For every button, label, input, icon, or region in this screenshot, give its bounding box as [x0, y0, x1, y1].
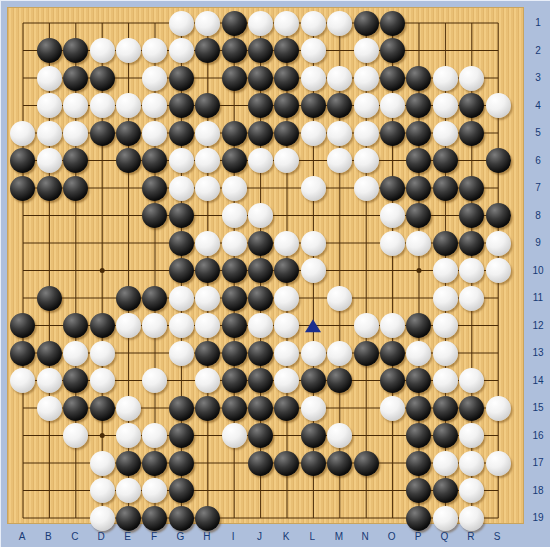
stone-black[interactable]	[116, 148, 141, 173]
row-label: 15	[532, 402, 543, 413]
stone-white[interactable]	[90, 478, 115, 503]
column-label: R	[467, 528, 474, 546]
stone-black[interactable]	[63, 396, 88, 421]
stone-white[interactable]	[142, 66, 167, 91]
stone-black[interactable]	[222, 148, 247, 173]
stone-black[interactable]	[433, 478, 458, 503]
stone-black[interactable]	[222, 38, 247, 63]
stone-black[interactable]	[380, 11, 405, 36]
stone-black[interactable]	[406, 121, 431, 146]
column-label: B	[45, 528, 52, 546]
stone-black[interactable]	[433, 231, 458, 256]
stone-white[interactable]	[63, 121, 88, 146]
stone-black[interactable]	[63, 66, 88, 91]
stone-black[interactable]	[10, 148, 35, 173]
stone-black[interactable]	[486, 203, 511, 228]
stone-black[interactable]	[169, 258, 194, 283]
stone-black[interactable]	[486, 148, 511, 173]
stone-black[interactable]	[433, 148, 458, 173]
stone-black[interactable]	[248, 66, 273, 91]
stone-white[interactable]	[169, 11, 194, 36]
stone-white[interactable]	[169, 286, 194, 311]
column-label: C	[71, 528, 78, 546]
stone-black[interactable]	[142, 451, 167, 476]
stone-black[interactable]	[406, 313, 431, 338]
stone-white[interactable]	[90, 451, 115, 476]
stone-black[interactable]	[63, 38, 88, 63]
stone-white[interactable]	[301, 231, 326, 256]
stone-white[interactable]	[459, 478, 484, 503]
stone-white[interactable]	[37, 368, 62, 393]
row-label: 17	[532, 457, 543, 468]
stone-white[interactable]	[169, 38, 194, 63]
stone-white[interactable]	[37, 148, 62, 173]
stone-black[interactable]	[248, 231, 273, 256]
stone-black[interactable]	[459, 121, 484, 146]
stone-black[interactable]	[169, 231, 194, 256]
stone-black[interactable]	[63, 368, 88, 393]
stone-black[interactable]	[380, 368, 405, 393]
stone-white[interactable]	[222, 231, 247, 256]
stone-black[interactable]	[116, 121, 141, 146]
stone-black[interactable]	[248, 368, 273, 393]
stone-black[interactable]	[169, 396, 194, 421]
stone-black[interactable]	[116, 286, 141, 311]
stone-white[interactable]	[301, 396, 326, 421]
stone-black[interactable]	[169, 93, 194, 118]
row-label: 14	[532, 374, 543, 385]
stone-white[interactable]	[459, 506, 484, 531]
stone-white[interactable]	[301, 11, 326, 36]
stone-white[interactable]	[301, 66, 326, 91]
stone-white[interactable]	[142, 368, 167, 393]
stone-white[interactable]	[248, 148, 273, 173]
stone-white[interactable]	[63, 341, 88, 366]
stone-white[interactable]	[195, 368, 220, 393]
stone-black[interactable]	[169, 203, 194, 228]
stone-black[interactable]	[380, 176, 405, 201]
stone-black[interactable]	[406, 478, 431, 503]
column-label: G	[177, 528, 185, 546]
column-label: Q	[441, 528, 449, 546]
row-label: 5	[535, 127, 541, 138]
stone-white[interactable]	[459, 368, 484, 393]
stone-white[interactable]	[248, 203, 273, 228]
column-labels: ABCDEFGHIJKLMNOPQRS	[7, 528, 524, 546]
stone-white[interactable]	[301, 341, 326, 366]
stone-white[interactable]	[274, 368, 299, 393]
row-label: 18	[532, 484, 543, 495]
stone-black[interactable]	[222, 66, 247, 91]
stone-black[interactable]	[222, 258, 247, 283]
stone-black[interactable]	[459, 176, 484, 201]
stone-black[interactable]	[248, 286, 273, 311]
stone-white[interactable]	[301, 38, 326, 63]
stone-black[interactable]	[142, 286, 167, 311]
stone-white[interactable]	[90, 341, 115, 366]
stone-black[interactable]	[248, 423, 273, 448]
stone-white[interactable]	[248, 11, 273, 36]
stone-black[interactable]	[63, 176, 88, 201]
stone-white[interactable]	[327, 66, 352, 91]
stone-black[interactable]	[248, 258, 273, 283]
stone-white[interactable]	[195, 176, 220, 201]
stone-white[interactable]	[195, 286, 220, 311]
stone-white[interactable]	[222, 423, 247, 448]
stone-white[interactable]	[459, 423, 484, 448]
stone-black[interactable]	[433, 423, 458, 448]
stone-black[interactable]	[301, 93, 326, 118]
stone-black[interactable]	[90, 313, 115, 338]
column-label: P	[415, 528, 422, 546]
stone-white[interactable]	[248, 313, 273, 338]
stone-black[interactable]	[248, 93, 273, 118]
stone-black[interactable]	[222, 368, 247, 393]
stone-white[interactable]	[327, 11, 352, 36]
stone-white[interactable]	[195, 11, 220, 36]
triangle-marker	[305, 319, 321, 332]
column-label: E	[124, 528, 131, 546]
stone-black[interactable]	[274, 258, 299, 283]
stone-white[interactable]	[274, 231, 299, 256]
stone-white[interactable]	[433, 313, 458, 338]
stone-black[interactable]	[274, 121, 299, 146]
stone-black[interactable]	[406, 203, 431, 228]
stone-black[interactable]	[142, 148, 167, 173]
stone-black[interactable]	[222, 341, 247, 366]
stone-white[interactable]	[380, 203, 405, 228]
stone-black[interactable]	[195, 341, 220, 366]
stone-black[interactable]	[169, 451, 194, 476]
row-label: 11	[533, 292, 543, 303]
stone-black[interactable]	[63, 148, 88, 173]
stone-white[interactable]	[63, 93, 88, 118]
stone-black[interactable]	[274, 38, 299, 63]
stone-white[interactable]	[327, 148, 352, 173]
stone-black[interactable]	[248, 396, 273, 421]
stone-white[interactable]	[90, 38, 115, 63]
stone-black[interactable]	[169, 423, 194, 448]
row-label: 9	[535, 237, 541, 248]
stone-white[interactable]	[116, 478, 141, 503]
column-label: J	[257, 528, 262, 546]
stone-white[interactable]	[274, 11, 299, 36]
stone-white[interactable]	[169, 148, 194, 173]
stone-black[interactable]	[433, 176, 458, 201]
stone-white[interactable]	[274, 148, 299, 173]
stone-white[interactable]	[169, 313, 194, 338]
stone-black[interactable]	[354, 11, 379, 36]
stone-black[interactable]	[169, 66, 194, 91]
stone-white[interactable]	[37, 93, 62, 118]
stone-white[interactable]	[433, 286, 458, 311]
stone-black[interactable]	[380, 121, 405, 146]
stone-black[interactable]	[37, 341, 62, 366]
stone-white[interactable]	[10, 121, 35, 146]
stone-white[interactable]	[327, 286, 352, 311]
stone-black[interactable]	[222, 121, 247, 146]
stone-white[interactable]	[459, 286, 484, 311]
column-label: L	[310, 528, 316, 546]
stone-white[interactable]	[406, 341, 431, 366]
column-label: F	[151, 528, 157, 546]
stone-white[interactable]	[142, 478, 167, 503]
stone-white[interactable]	[195, 121, 220, 146]
row-label: 16	[532, 429, 543, 440]
stone-white[interactable]	[354, 93, 379, 118]
stone-black[interactable]	[90, 66, 115, 91]
stone-white[interactable]	[116, 38, 141, 63]
stone-black[interactable]	[406, 396, 431, 421]
stone-white[interactable]	[327, 121, 352, 146]
stone-black[interactable]	[459, 231, 484, 256]
stone-black[interactable]	[327, 451, 352, 476]
stone-black[interactable]	[195, 506, 220, 531]
row-label: 8	[535, 209, 541, 220]
stone-white[interactable]	[433, 121, 458, 146]
stone-white[interactable]	[142, 423, 167, 448]
stone-white[interactable]	[116, 313, 141, 338]
stone-black[interactable]	[222, 396, 247, 421]
stone-white[interactable]	[459, 451, 484, 476]
column-label: K	[283, 528, 290, 546]
stone-white[interactable]	[116, 423, 141, 448]
go-board[interactable]	[7, 7, 524, 524]
stone-black[interactable]	[195, 38, 220, 63]
stone-white[interactable]	[486, 231, 511, 256]
stone-black[interactable]	[406, 93, 431, 118]
stone-white[interactable]	[433, 258, 458, 283]
stone-black[interactable]	[274, 93, 299, 118]
column-label: D	[98, 528, 105, 546]
stone-white[interactable]	[169, 341, 194, 366]
stone-white[interactable]	[301, 176, 326, 201]
stone-white[interactable]	[195, 231, 220, 256]
stone-white[interactable]	[433, 368, 458, 393]
stone-white[interactable]	[116, 93, 141, 118]
stone-white[interactable]	[142, 121, 167, 146]
stone-white[interactable]	[327, 341, 352, 366]
stone-white[interactable]	[433, 451, 458, 476]
stone-white[interactable]	[37, 66, 62, 91]
row-label: 19	[532, 512, 543, 523]
stone-black[interactable]	[406, 423, 431, 448]
stone-white[interactable]	[301, 121, 326, 146]
column-label: N	[362, 528, 369, 546]
stone-black[interactable]	[406, 451, 431, 476]
stone-black[interactable]	[327, 93, 352, 118]
stone-black[interactable]	[459, 396, 484, 421]
stone-black[interactable]	[222, 286, 247, 311]
stone-black[interactable]	[169, 506, 194, 531]
stone-black[interactable]	[406, 66, 431, 91]
stone-white[interactable]	[486, 93, 511, 118]
stone-white[interactable]	[195, 148, 220, 173]
stone-white[interactable]	[354, 176, 379, 201]
stone-white[interactable]	[433, 93, 458, 118]
stone-white[interactable]	[354, 121, 379, 146]
stone-black[interactable]	[195, 396, 220, 421]
stone-black[interactable]	[354, 451, 379, 476]
stone-black[interactable]	[380, 66, 405, 91]
stone-white[interactable]	[380, 313, 405, 338]
stone-white[interactable]	[37, 396, 62, 421]
stone-black[interactable]	[10, 176, 35, 201]
stone-white[interactable]	[90, 506, 115, 531]
stone-white[interactable]	[90, 93, 115, 118]
stone-white[interactable]	[459, 258, 484, 283]
stone-white[interactable]	[169, 176, 194, 201]
stone-black[interactable]	[142, 506, 167, 531]
stone-black[interactable]	[354, 341, 379, 366]
stone-black[interactable]	[195, 258, 220, 283]
row-label: 10	[532, 264, 543, 275]
stone-black[interactable]	[380, 341, 405, 366]
stone-black[interactable]	[406, 148, 431, 173]
stone-white[interactable]	[222, 176, 247, 201]
row-label: 7	[535, 182, 541, 193]
stone-black[interactable]	[459, 203, 484, 228]
stone-black[interactable]	[222, 313, 247, 338]
stone-black[interactable]	[169, 478, 194, 503]
stone-white[interactable]	[195, 313, 220, 338]
stone-white[interactable]	[354, 313, 379, 338]
stone-black[interactable]	[459, 93, 484, 118]
row-label: 2	[535, 44, 541, 55]
column-label: M	[335, 528, 343, 546]
stone-black[interactable]	[90, 121, 115, 146]
stone-black[interactable]	[301, 451, 326, 476]
stone-black[interactable]	[116, 506, 141, 531]
stone-black[interactable]	[90, 396, 115, 421]
stone-black[interactable]	[37, 286, 62, 311]
stone-black[interactable]	[169, 121, 194, 146]
go-board-window: ABCDEFGHIJKLMNOPQRS 12345678910111213141…	[0, 0, 550, 547]
stone-black[interactable]	[222, 11, 247, 36]
stone-black[interactable]	[274, 396, 299, 421]
stone-white[interactable]	[274, 313, 299, 338]
column-label: O	[388, 528, 396, 546]
stone-white[interactable]	[327, 423, 352, 448]
stone-white[interactable]	[433, 506, 458, 531]
stones-grid	[10, 9, 511, 532]
stone-black[interactable]	[301, 368, 326, 393]
stone-black[interactable]	[406, 176, 431, 201]
stone-black[interactable]	[301, 423, 326, 448]
column-label: A	[19, 528, 26, 546]
stone-white[interactable]	[116, 396, 141, 421]
stone-white[interactable]	[433, 66, 458, 91]
stone-white[interactable]	[406, 231, 431, 256]
stone-black[interactable]	[248, 341, 273, 366]
stone-black[interactable]	[380, 38, 405, 63]
stone-black[interactable]	[195, 93, 220, 118]
stone-white[interactable]	[459, 66, 484, 91]
row-label: 13	[532, 347, 543, 358]
stone-white[interactable]	[486, 451, 511, 476]
stone-white[interactable]	[274, 286, 299, 311]
stone-white[interactable]	[354, 148, 379, 173]
stone-black[interactable]	[433, 396, 458, 421]
stone-black[interactable]	[142, 203, 167, 228]
stone-white[interactable]	[486, 396, 511, 421]
stone-white[interactable]	[222, 203, 247, 228]
stone-black[interactable]	[406, 506, 431, 531]
stone-black[interactable]	[248, 121, 273, 146]
stone-black[interactable]	[37, 38, 62, 63]
stone-white[interactable]	[486, 258, 511, 283]
stone-black[interactable]	[116, 451, 141, 476]
column-label: I	[232, 528, 235, 546]
stone-black[interactable]	[327, 368, 352, 393]
stone-white[interactable]	[90, 368, 115, 393]
stone-white[interactable]	[63, 423, 88, 448]
stone-black[interactable]	[248, 38, 273, 63]
stone-white[interactable]	[274, 341, 299, 366]
row-label: 4	[535, 99, 541, 110]
stone-white[interactable]	[142, 93, 167, 118]
stone-white[interactable]	[142, 38, 167, 63]
row-labels: 12345678910111213141516171819	[525, 7, 550, 524]
stone-white[interactable]	[10, 368, 35, 393]
stone-black[interactable]	[274, 66, 299, 91]
column-label: H	[203, 528, 210, 546]
stone-white[interactable]	[142, 313, 167, 338]
stone-white[interactable]	[380, 231, 405, 256]
stone-white[interactable]	[301, 258, 326, 283]
row-label: 6	[535, 154, 541, 165]
stone-black[interactable]	[274, 451, 299, 476]
stone-white[interactable]	[433, 341, 458, 366]
stone-black[interactable]	[37, 176, 62, 201]
stone-white[interactable]	[380, 93, 405, 118]
row-label: 12	[532, 319, 543, 330]
stone-white[interactable]	[354, 38, 379, 63]
stone-white[interactable]	[354, 66, 379, 91]
stone-white[interactable]	[380, 396, 405, 421]
row-label: 1	[535, 17, 541, 28]
stone-black[interactable]	[10, 341, 35, 366]
stone-black[interactable]	[406, 368, 431, 393]
row-label: 3	[535, 72, 541, 83]
stone-white[interactable]	[37, 121, 62, 146]
stone-black[interactable]	[63, 313, 88, 338]
column-label: S	[494, 528, 501, 546]
stone-black[interactable]	[142, 176, 167, 201]
stone-black[interactable]	[248, 451, 273, 476]
stone-black[interactable]	[10, 313, 35, 338]
